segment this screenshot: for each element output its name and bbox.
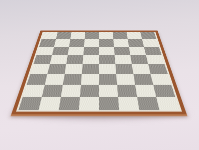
square-c8: [70, 32, 85, 39]
square-f4: [115, 64, 133, 74]
square-c2: [61, 85, 81, 97]
square-f3: [116, 74, 135, 85]
square-h6: [144, 47, 162, 55]
square-f8: [113, 32, 128, 39]
square-d7: [84, 39, 99, 47]
square-d4: [82, 64, 99, 74]
square-h1: [156, 97, 179, 110]
square-e2: [99, 85, 118, 97]
square-b4: [47, 64, 66, 74]
square-e6: [99, 47, 115, 55]
square-d8: [85, 32, 99, 39]
chessboard-frame: [11, 30, 187, 114]
square-b8: [56, 32, 71, 39]
board-perspective-wrapper: [11, 30, 187, 114]
square-e3: [99, 74, 117, 85]
square-b1: [39, 97, 61, 110]
square-c3: [63, 74, 82, 85]
square-f6: [114, 47, 130, 55]
square-b5: [50, 55, 68, 64]
square-e8: [99, 32, 113, 39]
square-h7: [142, 39, 159, 47]
square-b2: [42, 85, 63, 97]
square-b7: [54, 39, 70, 47]
square-c4: [65, 64, 83, 74]
chessboard: [18, 32, 179, 110]
square-h4: [148, 64, 168, 74]
square-h8: [140, 32, 156, 39]
square-f5: [115, 55, 132, 64]
square-e5: [99, 55, 115, 64]
square-d3: [81, 74, 99, 85]
square-c6: [68, 47, 84, 55]
square-h5: [146, 55, 165, 64]
square-h3: [151, 74, 172, 85]
square-h2: [153, 85, 175, 97]
square-d2: [80, 85, 99, 97]
square-e7: [99, 39, 114, 47]
square-f1: [118, 97, 139, 110]
square-f2: [117, 85, 137, 97]
square-d5: [83, 55, 99, 64]
square-c1: [59, 97, 80, 110]
square-b3: [45, 74, 65, 85]
square-d1: [79, 97, 99, 110]
square-e4: [99, 64, 116, 74]
square-b6: [52, 47, 69, 55]
square-e1: [99, 97, 119, 110]
square-d6: [83, 47, 99, 55]
photo-scene: [0, 0, 199, 150]
square-c5: [66, 55, 83, 64]
square-c7: [69, 39, 85, 47]
square-f7: [113, 39, 129, 47]
